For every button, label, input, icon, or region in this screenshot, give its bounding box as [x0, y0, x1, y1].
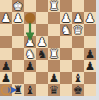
square-e1[interactable]: [36, 0, 48, 12]
square-a7[interactable]: [84, 72, 96, 84]
black-pawn-piece[interactable]: ♟: [0, 72, 12, 84]
square-a6[interactable]: ♟: [84, 60, 96, 72]
square-c6[interactable]: [60, 60, 72, 72]
square-d3[interactable]: [48, 24, 60, 36]
square-e2[interactable]: [36, 12, 48, 24]
square-f6[interactable]: ♟: [24, 60, 36, 72]
square-g6[interactable]: [12, 60, 24, 72]
square-c5[interactable]: [60, 48, 72, 60]
white-pawn-piece[interactable]: ♟: [12, 12, 24, 24]
square-c4[interactable]: [60, 36, 72, 48]
square-h7[interactable]: ♟: [0, 72, 12, 84]
square-e7[interactable]: [36, 72, 48, 84]
square-c8[interactable]: [60, 84, 72, 96]
square-a2[interactable]: ♟: [84, 12, 96, 24]
square-g5[interactable]: [12, 48, 24, 60]
square-h3[interactable]: [0, 24, 12, 36]
square-a8[interactable]: [84, 84, 96, 96]
square-b8[interactable]: ♚: [72, 84, 84, 96]
square-c3[interactable]: ♞: [60, 24, 72, 36]
square-a3[interactable]: [84, 24, 96, 36]
square-g8[interactable]: ♜: [12, 84, 24, 96]
black-queen-piece[interactable]: ♛: [48, 84, 60, 96]
black-rook-piece[interactable]: ♜: [12, 84, 24, 96]
square-b3[interactable]: ♛: [72, 24, 84, 36]
square-d5[interactable]: ♜: [48, 48, 60, 60]
square-h4[interactable]: [0, 36, 12, 48]
square-g2[interactable]: ♟: [12, 12, 24, 24]
square-f2[interactable]: [24, 12, 36, 24]
white-pawn-piece[interactable]: ♟: [84, 12, 96, 24]
square-b4[interactable]: [72, 36, 84, 48]
white-knight-piece[interactable]: ♞: [60, 24, 72, 36]
square-e6[interactable]: [36, 60, 48, 72]
square-g4[interactable]: [12, 36, 24, 48]
square-h2[interactable]: ♟: [0, 12, 12, 24]
white-rook-piece[interactable]: ♜: [48, 0, 60, 12]
square-d8[interactable]: ♛: [48, 84, 60, 96]
chess-board: ♚♜♟♟♟♟♟♞♛♟♟♞♞♜♟♟♟♟♟♟♝♜♝♛♚: [0, 0, 96, 96]
black-king-piece[interactable]: ♚: [72, 84, 84, 96]
square-d2[interactable]: [48, 12, 60, 24]
square-f1[interactable]: [24, 0, 36, 12]
black-pawn-piece[interactable]: ♟: [24, 60, 36, 72]
square-h8[interactable]: [0, 84, 12, 96]
square-f8[interactable]: ♝: [24, 84, 36, 96]
square-g3[interactable]: [12, 24, 24, 36]
square-c7[interactable]: [60, 72, 72, 84]
square-e8[interactable]: [36, 84, 48, 96]
white-rook-piece[interactable]: ♜: [48, 48, 60, 60]
white-queen-piece[interactable]: ♛: [72, 24, 84, 36]
white-pawn-piece[interactable]: ♟: [0, 12, 12, 24]
black-pawn-piece[interactable]: ♟: [84, 60, 96, 72]
black-bishop-piece[interactable]: ♝: [24, 84, 36, 96]
square-d1[interactable]: ♜: [48, 0, 60, 12]
square-b5[interactable]: [72, 48, 84, 60]
black-knight-piece[interactable]: ♞: [36, 48, 48, 60]
square-e5[interactable]: ♞: [36, 48, 48, 60]
